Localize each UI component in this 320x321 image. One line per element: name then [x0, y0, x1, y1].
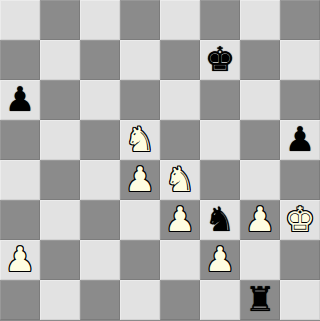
- chess-board: ♚♟♞♟♟♞♟♞♟♚♟♟♜: [0, 0, 320, 320]
- square-d1[interactable]: [120, 280, 160, 320]
- square-e4[interactable]: ♞: [160, 160, 200, 200]
- square-e7[interactable]: [160, 40, 200, 80]
- square-c1[interactable]: [80, 280, 120, 320]
- square-f3[interactable]: ♞: [200, 200, 240, 240]
- square-h3[interactable]: ♚: [280, 200, 320, 240]
- square-b2[interactable]: [40, 240, 80, 280]
- square-g3[interactable]: ♟: [240, 200, 280, 240]
- square-e1[interactable]: [160, 280, 200, 320]
- square-c3[interactable]: [80, 200, 120, 240]
- square-d4[interactable]: ♟: [120, 160, 160, 200]
- square-a3[interactable]: [0, 200, 40, 240]
- black-pawn[interactable]: ♟: [5, 79, 35, 119]
- square-f8[interactable]: [200, 0, 240, 40]
- square-h4[interactable]: [280, 160, 320, 200]
- square-d8[interactable]: [120, 0, 160, 40]
- white-knight[interactable]: ♞: [125, 119, 155, 159]
- square-a4[interactable]: [0, 160, 40, 200]
- square-a8[interactable]: [0, 0, 40, 40]
- square-b5[interactable]: [40, 120, 80, 160]
- square-h8[interactable]: [280, 0, 320, 40]
- square-h5[interactable]: ♟: [280, 120, 320, 160]
- black-knight[interactable]: ♞: [205, 199, 235, 239]
- square-c5[interactable]: [80, 120, 120, 160]
- square-b7[interactable]: [40, 40, 80, 80]
- square-c7[interactable]: [80, 40, 120, 80]
- square-g1[interactable]: ♜: [240, 280, 280, 320]
- square-d5[interactable]: ♞: [120, 120, 160, 160]
- square-f7[interactable]: ♚: [200, 40, 240, 80]
- square-d6[interactable]: [120, 80, 160, 120]
- white-pawn[interactable]: ♟: [165, 199, 195, 239]
- black-pawn[interactable]: ♟: [285, 119, 315, 159]
- square-b4[interactable]: [40, 160, 80, 200]
- square-h2[interactable]: [280, 240, 320, 280]
- square-g8[interactable]: [240, 0, 280, 40]
- white-pawn[interactable]: ♟: [125, 159, 155, 199]
- square-c2[interactable]: [80, 240, 120, 280]
- square-f1[interactable]: [200, 280, 240, 320]
- square-a2[interactable]: ♟: [0, 240, 40, 280]
- square-h7[interactable]: [280, 40, 320, 80]
- white-knight[interactable]: ♞: [165, 159, 195, 199]
- square-g2[interactable]: [240, 240, 280, 280]
- square-f4[interactable]: [200, 160, 240, 200]
- square-g5[interactable]: [240, 120, 280, 160]
- white-king[interactable]: ♚: [285, 199, 315, 239]
- square-g4[interactable]: [240, 160, 280, 200]
- square-b8[interactable]: [40, 0, 80, 40]
- square-e6[interactable]: [160, 80, 200, 120]
- square-a5[interactable]: [0, 120, 40, 160]
- square-g6[interactable]: [240, 80, 280, 120]
- square-e8[interactable]: [160, 0, 200, 40]
- square-h6[interactable]: [280, 80, 320, 120]
- square-c8[interactable]: [80, 0, 120, 40]
- square-d3[interactable]: [120, 200, 160, 240]
- square-g7[interactable]: [240, 40, 280, 80]
- square-e5[interactable]: [160, 120, 200, 160]
- square-d7[interactable]: [120, 40, 160, 80]
- square-h1[interactable]: [280, 280, 320, 320]
- square-b3[interactable]: [40, 200, 80, 240]
- square-f5[interactable]: [200, 120, 240, 160]
- black-king[interactable]: ♚: [205, 39, 235, 79]
- white-pawn[interactable]: ♟: [5, 239, 35, 279]
- square-d2[interactable]: [120, 240, 160, 280]
- square-b1[interactable]: [40, 280, 80, 320]
- square-a1[interactable]: [0, 280, 40, 320]
- white-pawn[interactable]: ♟: [245, 199, 275, 239]
- square-b6[interactable]: [40, 80, 80, 120]
- square-a6[interactable]: ♟: [0, 80, 40, 120]
- square-e2[interactable]: [160, 240, 200, 280]
- white-pawn[interactable]: ♟: [205, 239, 235, 279]
- square-a7[interactable]: [0, 40, 40, 80]
- square-f2[interactable]: ♟: [200, 240, 240, 280]
- square-e3[interactable]: ♟: [160, 200, 200, 240]
- square-c6[interactable]: [80, 80, 120, 120]
- square-c4[interactable]: [80, 160, 120, 200]
- black-rook[interactable]: ♜: [245, 279, 275, 319]
- square-f6[interactable]: [200, 80, 240, 120]
